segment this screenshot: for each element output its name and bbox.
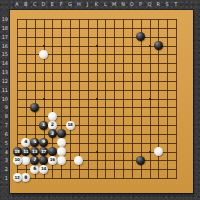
stone-D15[interactable] <box>39 50 48 59</box>
grid-line-horizontal <box>17 107 177 108</box>
go-app-window: 123456789101112131415161718 ABCDEFGHJKLM… <box>0 0 200 200</box>
row-label-18: 18 <box>0 25 8 31</box>
grid-line-vertical <box>176 19 177 179</box>
stone-R4[interactable] <box>154 147 163 156</box>
stone-C5[interactable]: 5 <box>30 138 39 147</box>
stone-B5[interactable]: 4 <box>21 138 30 147</box>
stone-R16[interactable] <box>154 41 163 50</box>
row-label-17: 17 <box>0 34 8 40</box>
stone-P3[interactable] <box>136 156 145 165</box>
stone-D5[interactable]: 9 <box>39 138 48 147</box>
row-label-16: 16 <box>0 43 8 49</box>
row-label-5: 5 <box>0 140 8 146</box>
stone-G7[interactable]: 18 <box>66 121 75 130</box>
star-point-D16 <box>43 45 45 47</box>
stone-E8[interactable] <box>48 112 57 121</box>
stone-C3[interactable]: 7 <box>30 156 39 165</box>
stone-A3[interactable]: 10 <box>13 156 22 165</box>
stone-E6[interactable]: 3 <box>48 129 57 138</box>
row-label-13: 13 <box>0 69 8 75</box>
row-label-1: 1 <box>0 175 8 181</box>
grid-line-vertical <box>114 19 115 179</box>
star-point-Q4 <box>149 151 151 153</box>
star-point-K10 <box>96 98 98 100</box>
row-label-3: 3 <box>0 157 8 163</box>
stone-H3[interactable] <box>74 156 83 165</box>
stone-F6[interactable] <box>57 129 66 138</box>
row-label-6: 6 <box>0 131 8 137</box>
row-label-7: 7 <box>0 122 8 128</box>
row-label-14: 14 <box>0 60 8 66</box>
star-point-Q16 <box>149 45 151 47</box>
stone-E3[interactable]: 16 <box>48 156 57 165</box>
stone-F3[interactable] <box>57 156 66 165</box>
row-label-8: 8 <box>0 113 8 119</box>
row-label-10: 10 <box>0 96 8 102</box>
row-label-2: 2 <box>0 166 8 172</box>
grid-line-vertical <box>123 19 124 179</box>
row-label-9: 9 <box>0 104 8 110</box>
star-point-D10 <box>43 98 45 100</box>
star-point-K16 <box>96 45 98 47</box>
stone-D4[interactable]: 17 <box>39 147 48 156</box>
stone-D3[interactable] <box>39 156 48 165</box>
stone-B1[interactable]: 8 <box>21 173 30 182</box>
go-board[interactable]: 123456789101112131415161718 <box>10 10 193 193</box>
stone-B3[interactable] <box>21 156 30 165</box>
grid-line-horizontal <box>17 116 177 117</box>
row-label-15: 15 <box>0 51 8 57</box>
stone-A4[interactable]: 15 <box>13 147 22 156</box>
grid-line-horizontal <box>17 178 177 179</box>
stone-C2[interactable]: 6 <box>30 165 39 174</box>
row-label-11: 11 <box>0 87 8 93</box>
stone-A1[interactable]: 12 <box>13 173 22 182</box>
stone-E7[interactable]: 2 <box>48 121 57 130</box>
stone-F5[interactable] <box>57 138 66 147</box>
grid-line-vertical <box>167 19 168 179</box>
grid-line-vertical <box>132 19 133 179</box>
col-label-T: T <box>171 0 181 8</box>
star-point-K4 <box>96 151 98 153</box>
star-point-Q10 <box>149 98 151 100</box>
row-label-12: 12 <box>0 78 8 84</box>
row-label-19: 19 <box>0 16 8 22</box>
stone-C4[interactable]: 13 <box>30 147 39 156</box>
grid-line-vertical <box>105 19 106 179</box>
stone-P17[interactable] <box>136 32 145 41</box>
stone-D7[interactable]: 1 <box>39 121 48 130</box>
row-label-4: 4 <box>0 149 8 155</box>
stone-D2[interactable]: 14 <box>39 165 48 174</box>
grid-line-horizontal <box>17 134 177 135</box>
stone-E4[interactable] <box>48 147 57 156</box>
stone-C9[interactable] <box>30 103 39 112</box>
stone-B4[interactable]: 11 <box>21 147 30 156</box>
grid-line-vertical <box>141 19 142 179</box>
stone-F4[interactable] <box>57 147 66 156</box>
